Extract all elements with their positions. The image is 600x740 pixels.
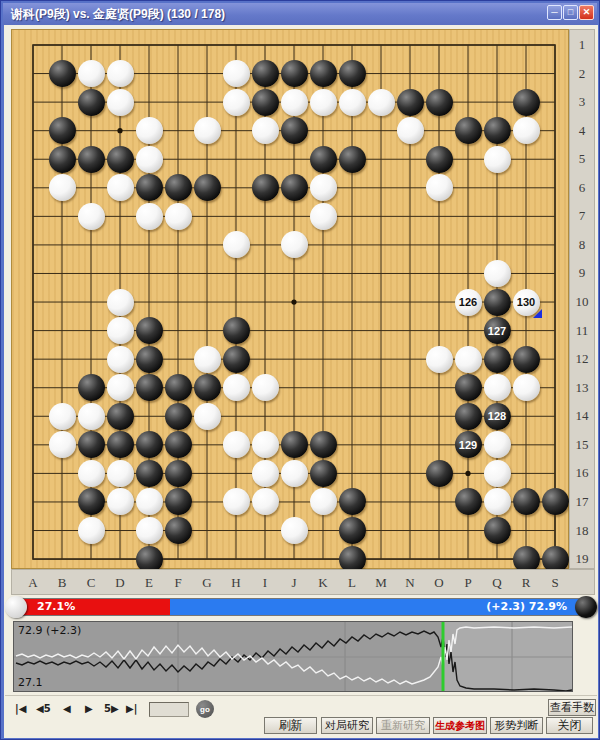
white-stone-Q17 — [484, 488, 511, 515]
white-stone-D10 — [107, 289, 134, 316]
col-label-O: O — [432, 575, 446, 591]
white-stone-P12 — [455, 346, 482, 373]
white-stone-O6 — [426, 174, 453, 201]
white-stone-I17 — [252, 488, 279, 515]
black-stone-C17 — [78, 488, 105, 515]
black-stone-G6 — [194, 174, 221, 201]
black-stone-R12 — [513, 346, 540, 373]
black-stone-E15 — [136, 431, 163, 458]
black-stone-D15 — [107, 431, 134, 458]
nav-back5-button[interactable]: ◀5 — [36, 703, 51, 717]
white-stone-M3 — [368, 89, 395, 116]
black-stone-J4 — [281, 117, 308, 144]
white-stone-F7 — [165, 203, 192, 230]
close-button[interactable]: 关闭 — [546, 717, 593, 734]
black-stone-F14 — [165, 403, 192, 430]
black-stone-E12 — [136, 346, 163, 373]
black-stone-P17 — [455, 488, 482, 515]
white-stone-E18 — [136, 517, 163, 544]
window-title: 谢科(P9段) vs. 金庭贤(P9段) (130 / 178) — [3, 6, 225, 23]
white-stone-G14 — [194, 403, 221, 430]
white-stone-K6 — [310, 174, 337, 201]
black-stone-F15 — [165, 431, 192, 458]
black-stone-Q11-move-127: 127 — [484, 317, 511, 344]
graph-bottom-label: 27.1 — [18, 676, 43, 689]
white-stone-G4 — [194, 117, 221, 144]
white-stone-G12 — [194, 346, 221, 373]
row-label-15: 15 — [570, 437, 594, 453]
black-stone-F13 — [165, 374, 192, 401]
row-label-3: 3 — [570, 94, 594, 110]
black-stone-I2 — [252, 60, 279, 87]
col-label-A: A — [26, 575, 40, 591]
white-stone-Q9 — [484, 260, 511, 287]
black-stone-K16 — [310, 460, 337, 487]
black-stone-J2 — [281, 60, 308, 87]
nav-forward5-button[interactable]: 5▶ — [104, 703, 119, 717]
white-stone-C18 — [78, 517, 105, 544]
black-stone-Q4 — [484, 117, 511, 144]
col-label-J: J — [287, 575, 301, 591]
col-label-M: M — [374, 575, 388, 591]
white-stone-D16 — [107, 460, 134, 487]
black-stone-C15 — [78, 431, 105, 458]
white-stone-D6 — [107, 174, 134, 201]
window-content: 126130127128129 123456789101112131415161… — [4, 25, 598, 738]
white-stone-J3 — [281, 89, 308, 116]
row-label-10: 10 — [570, 294, 594, 310]
white-stone-N4 — [397, 117, 424, 144]
re-research-button[interactable]: 重新研究 — [376, 717, 430, 734]
black-stone-F6 — [165, 174, 192, 201]
row-label-7: 7 — [570, 208, 594, 224]
row-label-6: 6 — [570, 180, 594, 196]
black-stone-E13 — [136, 374, 163, 401]
black-stone-F18 — [165, 517, 192, 544]
white-stone-H13 — [223, 374, 250, 401]
close-window-button[interactable]: ✕ — [579, 5, 594, 20]
black-stone-J15 — [281, 431, 308, 458]
white-stone-Q13 — [484, 374, 511, 401]
white-stone-E4 — [136, 117, 163, 144]
black-stone-O16 — [426, 460, 453, 487]
black-stone-D14 — [107, 403, 134, 430]
black-stone-L18 — [339, 517, 366, 544]
white-stone-B15 — [49, 431, 76, 458]
black-stone-S17 — [542, 488, 569, 515]
white-stone-D12 — [107, 346, 134, 373]
minimize-button[interactable]: ─ — [547, 5, 562, 20]
black-stone-L2 — [339, 60, 366, 87]
white-stone-D3 — [107, 89, 134, 116]
black-stone-O3 — [426, 89, 453, 116]
go-analysis-window: 谢科(P9段) vs. 金庭贤(P9段) (130 / 178) ─ □ ✕ 1… — [0, 0, 600, 740]
black-stone-J6 — [281, 174, 308, 201]
white-stone-R10-move-130: 130 — [513, 289, 540, 316]
white-stone-K17 — [310, 488, 337, 515]
black-stone-Q12 — [484, 346, 511, 373]
white-stone-H8 — [223, 231, 250, 258]
col-label-K: K — [316, 575, 330, 591]
white-stone-I16 — [252, 460, 279, 487]
nav-last-button[interactable]: ▶| — [126, 703, 137, 717]
white-stone-C14 — [78, 403, 105, 430]
view-moves-button[interactable]: 查看手数 — [548, 699, 596, 716]
winrate-graph[interactable]: 72.9 (+2.3) 27.1 — [13, 621, 573, 692]
refresh-button[interactable]: 刷新 — [264, 717, 317, 734]
black-stone-K5 — [310, 146, 337, 173]
black-stone-P14 — [455, 403, 482, 430]
white-stone-E5 — [136, 146, 163, 173]
black-stone-F16 — [165, 460, 192, 487]
white-stone-I13 — [252, 374, 279, 401]
black-stone-C13 — [78, 374, 105, 401]
row-label-18: 18 — [570, 523, 594, 539]
black-stone-L17 — [339, 488, 366, 515]
black-stone-E6 — [136, 174, 163, 201]
row-label-8: 8 — [570, 237, 594, 253]
col-label-I: I — [258, 575, 272, 591]
white-stone-B14 — [49, 403, 76, 430]
black-stone-E16 — [136, 460, 163, 487]
white-stone-H17 — [223, 488, 250, 515]
black-stone-K15 — [310, 431, 337, 458]
title-bar: 谢科(P9段) vs. 金庭贤(P9段) (130 / 178) — [3, 3, 597, 25]
black-stone-N3 — [397, 89, 424, 116]
black-stone-C5 — [78, 146, 105, 173]
white-stone-I4 — [252, 117, 279, 144]
white-stone-J18 — [281, 517, 308, 544]
black-stone-L5 — [339, 146, 366, 173]
black-stone-H11 — [223, 317, 250, 344]
graph-top-label: 72.9 (+2.3) — [18, 624, 81, 637]
white-stone-J8 — [281, 231, 308, 258]
white-stone-B6 — [49, 174, 76, 201]
white-stone-Q15 — [484, 431, 511, 458]
col-label-N: N — [403, 575, 417, 591]
game-research-button[interactable]: 对局研究 — [321, 717, 373, 734]
col-label-R: R — [519, 575, 533, 591]
white-stone-C2 — [78, 60, 105, 87]
white-stone-K7 — [310, 203, 337, 230]
black-stone-B2 — [49, 60, 76, 87]
nav-forward-button[interactable]: ▶ — [85, 703, 93, 717]
col-label-F: F — [171, 575, 185, 591]
col-label-P: P — [461, 575, 475, 591]
black-stone-P4 — [455, 117, 482, 144]
row-label-5: 5 — [570, 151, 594, 167]
white-stone-D13 — [107, 374, 134, 401]
col-label-G: G — [200, 575, 214, 591]
col-label-D: D — [113, 575, 127, 591]
black-winrate-label: (+2.3) 72.9% — [486, 600, 567, 613]
row-label-12: 12 — [570, 351, 594, 367]
white-stone-Q5 — [484, 146, 511, 173]
black-stone-O5 — [426, 146, 453, 173]
white-stone-C16 — [78, 460, 105, 487]
nav-back-button[interactable]: ◀ — [63, 703, 71, 717]
white-stone-H15 — [223, 431, 250, 458]
situation-judge-button[interactable]: 形势判断 — [490, 717, 543, 734]
black-stone-E11 — [136, 317, 163, 344]
white-stone-Q16 — [484, 460, 511, 487]
row-label-13: 13 — [570, 380, 594, 396]
white-stone-L3 — [339, 89, 366, 116]
white-stone-R4 — [513, 117, 540, 144]
col-label-L: L — [345, 575, 359, 591]
white-stone-P10-move-126: 126 — [455, 289, 482, 316]
black-stone-R3 — [513, 89, 540, 116]
white-stone-R13 — [513, 374, 540, 401]
black-stone-R17 — [513, 488, 540, 515]
black-stone-Q14-move-128: 128 — [484, 403, 511, 430]
black-stone-H12 — [223, 346, 250, 373]
row-label-2: 2 — [570, 66, 594, 82]
black-stone-D5 — [107, 146, 134, 173]
panel-divider — [5, 695, 597, 696]
row-label-9: 9 — [570, 265, 594, 281]
col-label-E: E — [142, 575, 156, 591]
white-stone-D17 — [107, 488, 134, 515]
row-label-14: 14 — [570, 408, 594, 424]
col-label-B: B — [55, 575, 69, 591]
black-stone-Q10 — [484, 289, 511, 316]
row-label-1: 1 — [570, 37, 594, 53]
col-label-C: C — [84, 575, 98, 591]
white-stone-E17 — [136, 488, 163, 515]
white-stone-H2 — [223, 60, 250, 87]
black-stone-B5 — [49, 146, 76, 173]
white-stone-D2 — [107, 60, 134, 87]
black-stone-I6 — [252, 174, 279, 201]
stones-layer: 126130127128129 — [12, 30, 568, 568]
black-stone-Q18 — [484, 517, 511, 544]
generate-reference-button[interactable]: 生成参考图 — [433, 717, 487, 734]
black-stone-G13 — [194, 374, 221, 401]
black-stone-F17 — [165, 488, 192, 515]
white-stone-O12 — [426, 346, 453, 373]
black-stone-C3 — [78, 89, 105, 116]
go-board[interactable]: 126130127128129 — [11, 29, 569, 569]
col-label-S: S — [548, 575, 562, 591]
black-stone-P13 — [455, 374, 482, 401]
move-number-input[interactable] — [149, 702, 189, 717]
row-label-19: 19 — [570, 551, 594, 567]
row-label-11: 11 — [570, 323, 594, 339]
white-stone-K3 — [310, 89, 337, 116]
col-label-Q: Q — [490, 575, 504, 591]
black-stone-K2 — [310, 60, 337, 87]
white-winrate-label: 27.1% — [37, 600, 75, 613]
black-stone-B4 — [49, 117, 76, 144]
white-stone-D11 — [107, 317, 134, 344]
maximize-button[interactable]: □ — [563, 5, 578, 20]
black-stone-icon — [575, 596, 597, 618]
white-stone-I15 — [252, 431, 279, 458]
column-coordinates: ABCDEFGHIJKLMNOPQRS — [11, 569, 595, 595]
row-coordinates: 12345678910111213141516171819 — [569, 29, 595, 569]
go-jump-button[interactable]: go — [196, 700, 214, 718]
winrate-bar: 27.1% (+2.3) 72.9% — [5, 596, 597, 618]
black-stone-I3 — [252, 89, 279, 116]
white-stone-E7 — [136, 203, 163, 230]
row-label-16: 16 — [570, 465, 594, 481]
col-label-H: H — [229, 575, 243, 591]
row-label-4: 4 — [570, 123, 594, 139]
nav-first-button[interactable]: |◀ — [15, 703, 26, 717]
white-stone-C7 — [78, 203, 105, 230]
white-stone-J16 — [281, 460, 308, 487]
winrate-curves — [14, 622, 572, 691]
white-stone-icon — [5, 596, 27, 618]
black-stone-P15-move-129: 129 — [455, 431, 482, 458]
white-stone-H3 — [223, 89, 250, 116]
row-label-17: 17 — [570, 494, 594, 510]
